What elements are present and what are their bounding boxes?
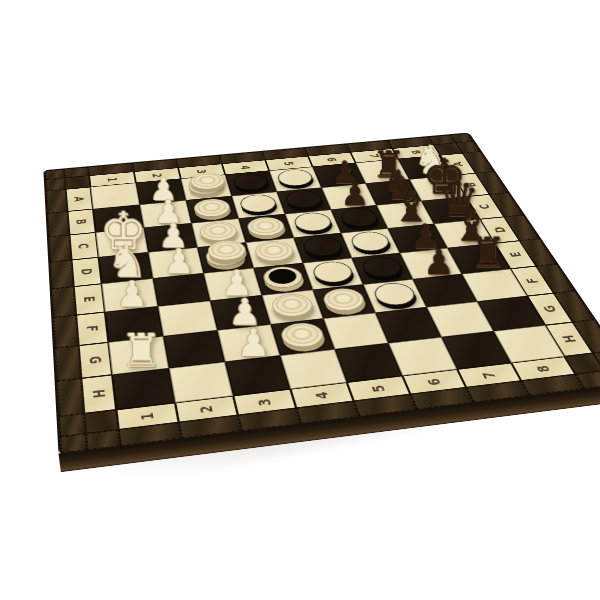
square-G1: ♜: [108, 336, 169, 375]
dark-checker: [231, 172, 270, 191]
row-label-left-H: H: [81, 375, 116, 414]
row-label-text: H: [89, 389, 109, 399]
row-label-text: C: [76, 243, 92, 250]
border-rim-cell: [53, 315, 78, 348]
white-pawn: ♟: [163, 245, 194, 278]
dark-checker: [348, 230, 393, 252]
row-label-text: H: [558, 334, 579, 343]
row-label-text: D: [78, 268, 95, 276]
column-label-text: 1: [105, 177, 120, 182]
square-E1: ♟: [102, 278, 158, 312]
row-label-left-A: A: [66, 187, 93, 211]
square-E5: [303, 258, 363, 290]
product-photo-scene: 12345678A♟♟♜♞AB♟♟♞♚BC♚♟♝♛CD♞♟♟♝DE♟♟♟♜EF♟…: [0, 0, 600, 600]
border-rim-cell: [48, 211, 70, 237]
border-rim-cell: [57, 378, 84, 416]
square-C5: [285, 210, 341, 238]
column-label-text: 2: [196, 404, 216, 413]
row-label-left-F: F: [76, 312, 108, 346]
row-label-text: F: [83, 325, 101, 333]
border-rim-cell: [46, 189, 67, 213]
light-checker: [198, 220, 239, 242]
dark-checker: [371, 281, 419, 307]
column-label-text: 7: [479, 371, 500, 380]
dark-checker: [338, 207, 381, 228]
square-E4: [254, 263, 313, 295]
column-label-text: 5: [281, 161, 296, 166]
row-label-left-B: B: [68, 209, 96, 235]
dark-pawn: ♟: [340, 179, 368, 209]
square-H2: [169, 362, 233, 403]
column-label-text: 6: [424, 377, 445, 386]
square-F2: [158, 301, 217, 336]
column-label-text: 4: [312, 391, 333, 400]
dark-checker: [238, 193, 279, 213]
row-label-left-C: C: [69, 232, 98, 260]
white-pawn: ♟: [116, 277, 148, 311]
dark-checker: [275, 168, 315, 187]
flipped-light-checker: [261, 265, 306, 290]
dark-pawn: ♟: [423, 245, 454, 278]
light-checker: [245, 216, 287, 238]
white-pawn: ♟: [236, 324, 270, 360]
square-E7: ♟: [400, 248, 462, 279]
square-G3: ♟: [217, 324, 280, 361]
column-label-text: 3: [254, 397, 274, 406]
row-label-left-D: D: [72, 257, 102, 286]
dark-checker: [310, 260, 356, 284]
row-label-text: A: [72, 196, 87, 202]
column-label-text: 1: [137, 411, 157, 420]
border-rim-cell: [504, 215, 539, 241]
row-label-left-E: E: [74, 284, 105, 315]
dark-checker: [301, 235, 345, 258]
dark-checker: [283, 189, 324, 209]
white-rook: ♜: [120, 329, 162, 373]
row-label-left-G: G: [79, 342, 113, 378]
row-label-text: B: [74, 219, 90, 225]
border-rim-cell: [49, 235, 72, 262]
column-label-text: 8: [533, 364, 554, 373]
square-B6: ♟: [322, 183, 377, 209]
light-checker: [192, 198, 232, 219]
light-checker: [253, 240, 296, 263]
light-checker: [320, 287, 368, 313]
dark-checker: [292, 211, 335, 232]
row-label-text: G: [539, 305, 559, 313]
border-corner-cell: [84, 410, 118, 434]
row-label-text: F: [522, 277, 541, 284]
border-rim-cell: [52, 287, 76, 318]
column-label-text: 5: [368, 384, 389, 393]
dark-rook: ♜: [469, 234, 506, 273]
board-3d-wrapper: 12345678A♟♟♜♞AB♟♟♞♚BC♚♟♝♛CD♞♟♟♝DE♟♟♟♜EF♟…: [45, 133, 600, 453]
square-D2: ♟: [148, 247, 203, 278]
column-label-text: 4: [238, 165, 253, 170]
row-label-text: G: [86, 355, 105, 365]
light-checker: [269, 292, 316, 318]
border-rim-cell: [50, 260, 73, 289]
border-rim-cell: [55, 346, 81, 381]
light-checker: [278, 321, 327, 349]
dark-checker: [359, 255, 405, 279]
row-label-text: E: [80, 296, 97, 303]
row-label-text: E: [506, 251, 524, 257]
